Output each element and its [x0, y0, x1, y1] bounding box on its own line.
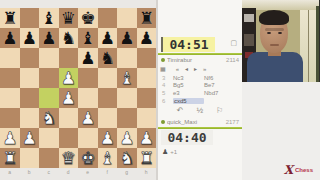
square-g8[interactable]: [117, 8, 137, 28]
square-a1[interactable]: ♜: [0, 148, 20, 168]
black-queen: ♛: [61, 8, 76, 28]
online-status-icon: [161, 120, 165, 124]
white-pawn: ♟: [61, 68, 76, 88]
square-h4[interactable]: [137, 88, 157, 108]
square-g5[interactable]: ♝: [117, 68, 137, 88]
webcam-video: [242, 0, 320, 82]
bottom-player-name[interactable]: quick_Maxi: [167, 119, 226, 125]
webcam-person-shirt: [247, 52, 303, 82]
square-a6[interactable]: [0, 48, 20, 68]
stream-frame: ♜♝♛♚♜♟♟♟♞♝♟♟♟♟♞♟♝♟♞♟♟♟♟♟♟♜♛♚♝♞♜ abcdefgh…: [0, 0, 320, 180]
square-e2[interactable]: [78, 128, 98, 148]
square-g1[interactable]: ♞: [117, 148, 137, 168]
top-divider-line: [158, 53, 242, 55]
square-c8[interactable]: ♝: [39, 8, 59, 28]
white-pawn: ♟: [61, 88, 76, 108]
file-label-e: e: [78, 169, 98, 175]
first-move-icon[interactable]: «: [176, 66, 179, 72]
online-status-icon: [161, 58, 165, 62]
square-g6[interactable]: [117, 48, 137, 68]
square-e6[interactable]: ♟: [78, 48, 98, 68]
bottom-player-rating: 2177: [226, 119, 239, 125]
move-number: 6: [162, 98, 173, 104]
square-d8[interactable]: ♛: [59, 8, 79, 28]
board-file-labels: abcdefgh: [0, 169, 156, 175]
black-pawn: ♟: [41, 28, 56, 48]
webcam-person-brow: [265, 28, 284, 31]
square-e8[interactable]: ♚: [78, 8, 98, 28]
captured-black-pawn-icon: ♟: [162, 148, 168, 156]
top-player-name[interactable]: Timirabur: [167, 57, 226, 63]
square-a2[interactable]: ♟: [0, 128, 20, 148]
square-h1[interactable]: ♜: [137, 148, 157, 168]
file-label-d: d: [59, 169, 79, 175]
next-move-icon[interactable]: ▸: [194, 65, 197, 72]
move-5-b[interactable]: Nbd7: [204, 90, 235, 96]
square-e5[interactable]: [78, 68, 98, 88]
square-f8[interactable]: [98, 8, 118, 28]
captured-pieces-tray: ♟ +1: [162, 148, 177, 156]
black-king: ♚: [80, 8, 95, 28]
black-pawn: ♟: [139, 28, 154, 48]
bottom-player-clock: 04:40: [161, 130, 213, 145]
square-d1[interactable]: ♛: [59, 148, 79, 168]
square-c2[interactable]: [39, 128, 59, 148]
resign-flag-icon[interactable]: ⚐: [216, 106, 223, 115]
square-h6[interactable]: [137, 48, 157, 68]
chess-board[interactable]: ♜♝♛♚♜♟♟♟♞♝♟♟♟♟♞♟♝♟♞♟♟♟♟♟♟♜♛♚♝♞♜: [0, 8, 156, 168]
square-g7[interactable]: ♟: [117, 28, 137, 48]
black-pawn: ♟: [2, 28, 17, 48]
black-rook: ♜: [139, 8, 154, 28]
file-label-f: f: [98, 169, 118, 175]
square-d6[interactable]: [59, 48, 79, 68]
move-6-w[interactable]: cxd5: [173, 98, 204, 104]
white-pawn: ♟: [100, 128, 115, 148]
black-knight: ♞: [61, 28, 76, 48]
square-d5[interactable]: ♟: [59, 68, 79, 88]
square-b3[interactable]: [20, 108, 40, 128]
white-knight: ♞: [119, 148, 134, 168]
square-e3[interactable]: ♟: [78, 108, 98, 128]
square-f4[interactable]: [98, 88, 118, 108]
square-a3[interactable]: [0, 108, 20, 128]
square-b7[interactable]: ♟: [20, 28, 40, 48]
game-action-bar: ↶½⚐: [158, 104, 242, 116]
square-a7[interactable]: ♟: [0, 28, 20, 48]
square-a5[interactable]: [0, 68, 20, 88]
white-pawn: ♟: [119, 128, 134, 148]
square-h3[interactable]: [137, 108, 157, 128]
square-d3[interactable]: [59, 108, 79, 128]
square-e1[interactable]: ♚: [78, 148, 98, 168]
move-number: 3: [162, 75, 173, 81]
square-f7[interactable]: ♟: [98, 28, 118, 48]
top-player-rating: 2114: [226, 57, 239, 63]
move-nav-bar: ▦«◂▸»: [160, 65, 238, 72]
bottom-divider-line: [158, 127, 242, 129]
square-h7[interactable]: ♟: [137, 28, 157, 48]
square-b2[interactable]: ♟: [20, 128, 40, 148]
square-c6[interactable]: [39, 48, 59, 68]
square-c7[interactable]: ♟: [39, 28, 59, 48]
square-g2[interactable]: ♟: [117, 128, 137, 148]
square-b6[interactable]: [20, 48, 40, 68]
white-pawn: ♟: [80, 108, 95, 128]
chess-logo: X Chess: [284, 164, 313, 176]
white-pawn: ♟: [139, 128, 154, 148]
square-f6[interactable]: ♞: [98, 48, 118, 68]
black-pawn: ♟: [80, 48, 95, 68]
file-label-c: c: [39, 169, 59, 175]
square-d2[interactable]: [59, 128, 79, 148]
webcam-shelf-item: [244, 14, 254, 22]
file-label-b: b: [20, 169, 40, 175]
white-rook: ♜: [139, 148, 154, 168]
white-bishop: ♝: [100, 148, 115, 168]
black-bishop: ♝: [41, 8, 56, 28]
white-queen: ♛: [61, 148, 76, 168]
square-b5[interactable]: [20, 68, 40, 88]
move-number: 4: [162, 82, 173, 88]
square-c5[interactable]: [39, 68, 59, 88]
white-king: ♚: [80, 148, 95, 168]
file-label-a: a: [0, 169, 20, 175]
right-lower-pane: X Chess: [242, 82, 320, 180]
move-3-b[interactable]: Nf6: [204, 75, 235, 81]
game-panel: 04:51 ▢ Timirabur 2114 ▦«◂▸» 3Nc3Nf64Bg5…: [158, 0, 242, 180]
prev-move-icon[interactable]: ◂: [185, 65, 188, 72]
square-h5[interactable]: [137, 68, 157, 88]
white-knight: ♞: [41, 108, 56, 128]
square-f3[interactable]: [98, 108, 118, 128]
black-rook: ♜: [2, 8, 17, 28]
black-bishop: ♝: [80, 28, 95, 48]
webcam-person-mouth: [270, 44, 279, 46]
square-h8[interactable]: ♜: [137, 8, 157, 28]
square-b4[interactable]: [20, 88, 40, 108]
square-c3[interactable]: ♞: [39, 108, 59, 128]
square-f5[interactable]: [98, 68, 118, 88]
move-3-w[interactable]: Nc3: [173, 75, 204, 81]
bottom-player-row: quick_Maxi 2177: [158, 118, 242, 126]
black-pawn: ♟: [100, 28, 115, 48]
webcam-person-eye: [267, 32, 271, 34]
black-pawn: ♟: [22, 28, 37, 48]
move-5-w[interactable]: e3: [173, 90, 204, 96]
chess-logo-label: Chess: [295, 167, 313, 173]
top-player-row: Timirabur 2114: [158, 56, 242, 64]
square-a8[interactable]: ♜: [0, 8, 20, 28]
square-c1[interactable]: [39, 148, 59, 168]
board-icon[interactable]: ▦: [160, 65, 166, 72]
material-advantage: +1: [170, 149, 177, 155]
file-label-g: g: [117, 169, 137, 175]
white-bishop: ♝: [119, 68, 134, 88]
webcam-window-frame: [308, 10, 309, 82]
chess-logo-icon: X: [284, 164, 293, 176]
square-b8[interactable]: [20, 8, 40, 28]
square-f2[interactable]: ♟: [98, 128, 118, 148]
webcam-person-eye: [278, 32, 282, 34]
last-move-icon[interactable]: »: [203, 66, 206, 72]
top-player-clock: 04:51: [161, 37, 215, 52]
file-label-h: h: [137, 169, 157, 175]
move-4-w[interactable]: Bg5: [173, 82, 204, 88]
move-list: 3Nc3Nf64Bg5Be75e3Nbd76cxd5: [162, 74, 235, 104]
square-c4[interactable]: [39, 88, 59, 108]
square-g4[interactable]: [117, 88, 137, 108]
takeback-icon[interactable]: ↶: [177, 106, 184, 115]
square-f1[interactable]: ♝: [98, 148, 118, 168]
move-number: 5: [162, 90, 173, 96]
square-a4[interactable]: [0, 88, 20, 108]
expand-icon[interactable]: ▢: [230, 39, 237, 47]
square-e7[interactable]: ♝: [78, 28, 98, 48]
move-4-b[interactable]: Be7: [204, 82, 235, 88]
square-g3[interactable]: [117, 108, 137, 128]
black-pawn: ♟: [119, 28, 134, 48]
white-pawn: ♟: [2, 128, 17, 148]
square-d7[interactable]: ♞: [59, 28, 79, 48]
square-d4[interactable]: ♟: [59, 88, 79, 108]
square-b1[interactable]: [20, 148, 40, 168]
square-e4[interactable]: [78, 88, 98, 108]
webcam-person-hair: [259, 10, 289, 25]
draw-offer-icon[interactable]: ½: [196, 106, 203, 115]
webcam-shelf-item: [244, 34, 254, 46]
black-knight: ♞: [100, 48, 115, 68]
white-rook: ♜: [2, 148, 17, 168]
white-pawn: ♟: [22, 128, 37, 148]
square-h2[interactable]: ♟: [137, 128, 157, 148]
